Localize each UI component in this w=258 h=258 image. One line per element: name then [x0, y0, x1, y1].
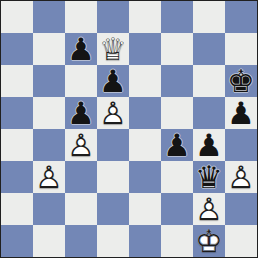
square-f2[interactable] [161, 193, 193, 225]
square-h2[interactable] [225, 193, 257, 225]
square-e1[interactable] [129, 225, 161, 257]
square-h6[interactable]: ♚ [225, 65, 257, 97]
black-pawn-glyph: ♟ [97, 65, 129, 97]
white-queen[interactable]: ♛♕ [97, 33, 129, 65]
square-d2[interactable] [97, 193, 129, 225]
square-f4[interactable]: ♟ [161, 129, 193, 161]
square-f1[interactable] [161, 225, 193, 257]
square-f5[interactable] [161, 97, 193, 129]
black-king-glyph: ♚ [225, 65, 257, 97]
square-c4[interactable]: ♟♙ [65, 129, 97, 161]
white-pawn[interactable]: ♟♙ [97, 97, 129, 129]
black-pawn[interactable]: ♟ [97, 65, 129, 97]
square-g7[interactable] [193, 33, 225, 65]
square-h5[interactable]: ♟ [225, 97, 257, 129]
square-b5[interactable] [33, 97, 65, 129]
square-f8[interactable] [161, 1, 193, 33]
square-d8[interactable] [97, 1, 129, 33]
white-pawn-outline-glyph: ♙ [193, 193, 225, 225]
white-pawn-outline-glyph: ♙ [225, 161, 257, 193]
square-c6[interactable] [65, 65, 97, 97]
black-pawn-glyph: ♟ [161, 129, 193, 161]
square-b1[interactable] [33, 225, 65, 257]
square-c5[interactable]: ♟ [65, 97, 97, 129]
white-pawn-outline-glyph: ♙ [65, 129, 97, 161]
square-g3[interactable]: ♛ [193, 161, 225, 193]
square-d1[interactable] [97, 225, 129, 257]
black-queen-glyph: ♛ [193, 161, 225, 193]
white-pawn-outline-glyph: ♙ [33, 161, 65, 193]
white-pawn[interactable]: ♟♙ [33, 161, 65, 193]
square-c1[interactable] [65, 225, 97, 257]
square-e6[interactable] [129, 65, 161, 97]
square-a3[interactable] [1, 161, 33, 193]
square-g8[interactable] [193, 1, 225, 33]
square-c7[interactable]: ♟ [65, 33, 97, 65]
square-e4[interactable] [129, 129, 161, 161]
square-b6[interactable] [33, 65, 65, 97]
square-e8[interactable] [129, 1, 161, 33]
square-f7[interactable] [161, 33, 193, 65]
square-h8[interactable] [225, 1, 257, 33]
black-pawn[interactable]: ♟ [161, 129, 193, 161]
square-g1[interactable]: ♚♔ [193, 225, 225, 257]
square-g4[interactable]: ♟ [193, 129, 225, 161]
square-h3[interactable]: ♟♙ [225, 161, 257, 193]
square-h7[interactable] [225, 33, 257, 65]
square-h4[interactable] [225, 129, 257, 161]
square-a2[interactable] [1, 193, 33, 225]
white-king-outline-glyph: ♔ [193, 225, 225, 257]
square-d5[interactable]: ♟♙ [97, 97, 129, 129]
square-h1[interactable] [225, 225, 257, 257]
square-b3[interactable]: ♟♙ [33, 161, 65, 193]
square-d6[interactable]: ♟ [97, 65, 129, 97]
square-g5[interactable] [193, 97, 225, 129]
square-a5[interactable] [1, 97, 33, 129]
square-g2[interactable]: ♟♙ [193, 193, 225, 225]
white-queen-outline-glyph: ♕ [97, 33, 129, 65]
black-pawn[interactable]: ♟ [193, 129, 225, 161]
square-a6[interactable] [1, 65, 33, 97]
white-pawn-outline-glyph: ♙ [97, 97, 129, 129]
square-e3[interactable] [129, 161, 161, 193]
chess-board: ♟♛♕♟♚♟♟♙♟♟♙♟♟♟♙♛♟♙♟♙♚♔ [0, 0, 258, 258]
black-pawn[interactable]: ♟ [65, 33, 97, 65]
square-c8[interactable] [65, 1, 97, 33]
square-b8[interactable] [33, 1, 65, 33]
square-a8[interactable] [1, 1, 33, 33]
black-pawn-glyph: ♟ [65, 33, 97, 65]
white-pawn[interactable]: ♟♙ [225, 161, 257, 193]
square-b7[interactable] [33, 33, 65, 65]
square-a4[interactable] [1, 129, 33, 161]
black-pawn[interactable]: ♟ [225, 97, 257, 129]
square-g6[interactable] [193, 65, 225, 97]
square-d7[interactable]: ♛♕ [97, 33, 129, 65]
white-king[interactable]: ♚♔ [193, 225, 225, 257]
square-a1[interactable] [1, 225, 33, 257]
square-d4[interactable] [97, 129, 129, 161]
square-c3[interactable] [65, 161, 97, 193]
square-b2[interactable] [33, 193, 65, 225]
square-b4[interactable] [33, 129, 65, 161]
black-pawn-glyph: ♟ [193, 129, 225, 161]
square-f3[interactable] [161, 161, 193, 193]
black-pawn-glyph: ♟ [225, 97, 257, 129]
square-e2[interactable] [129, 193, 161, 225]
black-queen[interactable]: ♛ [193, 161, 225, 193]
square-e5[interactable] [129, 97, 161, 129]
white-pawn[interactable]: ♟♙ [193, 193, 225, 225]
square-f6[interactable] [161, 65, 193, 97]
black-king[interactable]: ♚ [225, 65, 257, 97]
square-a7[interactable] [1, 33, 33, 65]
square-e7[interactable] [129, 33, 161, 65]
white-pawn[interactable]: ♟♙ [65, 129, 97, 161]
square-d3[interactable] [97, 161, 129, 193]
black-pawn[interactable]: ♟ [65, 97, 97, 129]
square-c2[interactable] [65, 193, 97, 225]
black-pawn-glyph: ♟ [65, 97, 97, 129]
